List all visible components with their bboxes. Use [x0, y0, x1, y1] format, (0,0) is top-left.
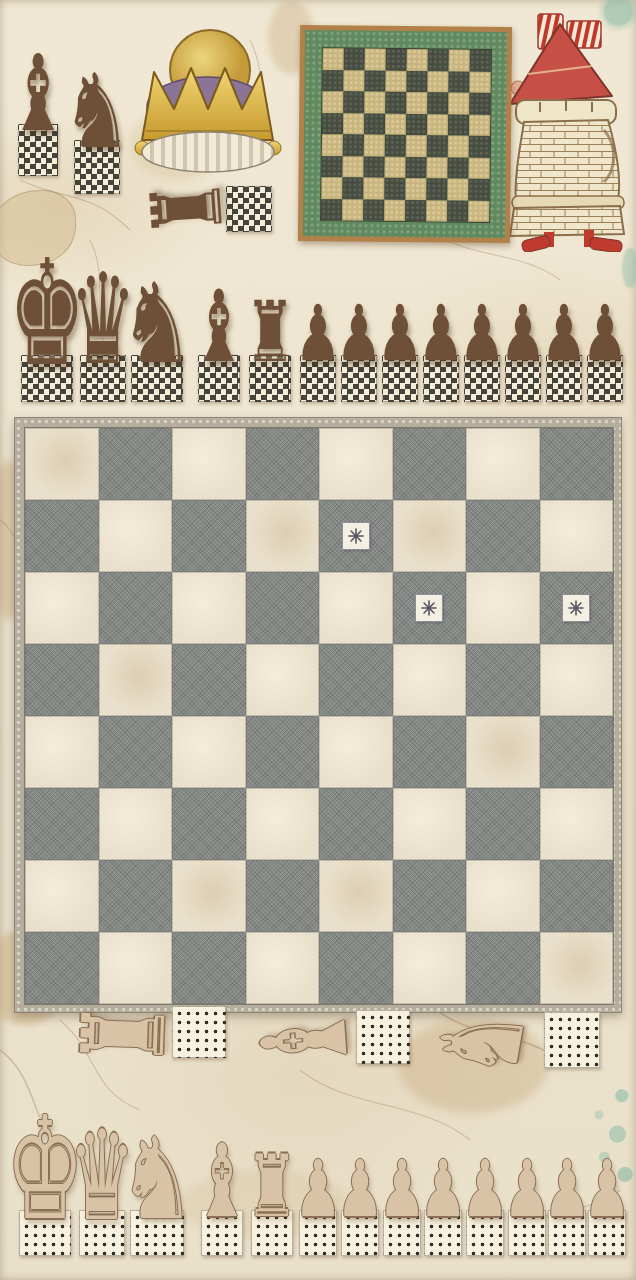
piece-ribbon-dotted	[383, 1210, 421, 1256]
piece-ribbon-dotted	[508, 1210, 546, 1256]
piece-ribbon-dotted	[201, 1210, 243, 1256]
piece-ribbon-dotted	[299, 1210, 337, 1256]
piece-ribbon-dotted	[548, 1210, 586, 1256]
chess-piece-king: ♚	[0, 1042, 115, 1212]
piece-ribbon-dotted	[19, 1210, 71, 1256]
piece-ribbon-dotted	[466, 1210, 504, 1256]
piece-ribbon-dotted	[356, 1010, 410, 1064]
chess-piece-pawn: ♟	[332, 1042, 472, 1212]
chess-piece-pawn: ♟	[373, 1042, 513, 1212]
piece-ribbon-dotted	[251, 1210, 293, 1256]
chess-piece-knight: ♞	[87, 1042, 227, 1212]
piece-ribbon-dotted	[79, 1210, 125, 1256]
chess-piece-pawn: ♟	[248, 1042, 388, 1212]
chess-piece-pawn: ♟	[290, 1042, 430, 1212]
chess-piece-bishop: ♝	[152, 1042, 292, 1212]
scrapbook-sheet: ♝♞♜ ♚♛♞♝♜♟♟♟♟♟♟♟♟ ♜♝♞♚♛♞♝♜♟♟♟♟♟♟♟♟	[0, 0, 636, 1280]
piece-ribbon-dotted	[130, 1210, 184, 1256]
piece-ribbon-dotted	[341, 1210, 379, 1256]
piece-ribbon-dotted	[544, 1012, 600, 1068]
chess-piece-rook: ♜	[202, 1042, 342, 1212]
piece-ribbon-dotted	[424, 1210, 462, 1256]
chess-piece-pawn: ♟	[415, 1042, 555, 1212]
chess-piece-queen: ♛	[32, 1042, 172, 1212]
light-piece-row-section: ♜♝♞♚♛♞♝♜♟♟♟♟♟♟♟♟	[0, 0, 636, 1280]
piece-ribbon-dotted	[588, 1210, 626, 1256]
piece-ribbon-dotted	[172, 1006, 226, 1058]
